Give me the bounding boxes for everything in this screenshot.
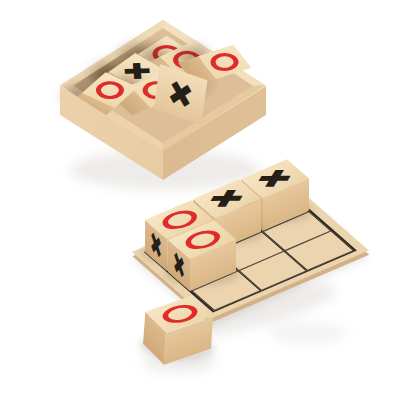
scene: ✖ ✖ ✖✖✖✖ <box>0 0 405 405</box>
x-mark: ✖ <box>166 74 196 116</box>
faint-shadow <box>268 322 348 344</box>
o-mark <box>90 78 129 103</box>
o-mark <box>206 50 244 74</box>
box-cube-2 <box>198 45 252 79</box>
